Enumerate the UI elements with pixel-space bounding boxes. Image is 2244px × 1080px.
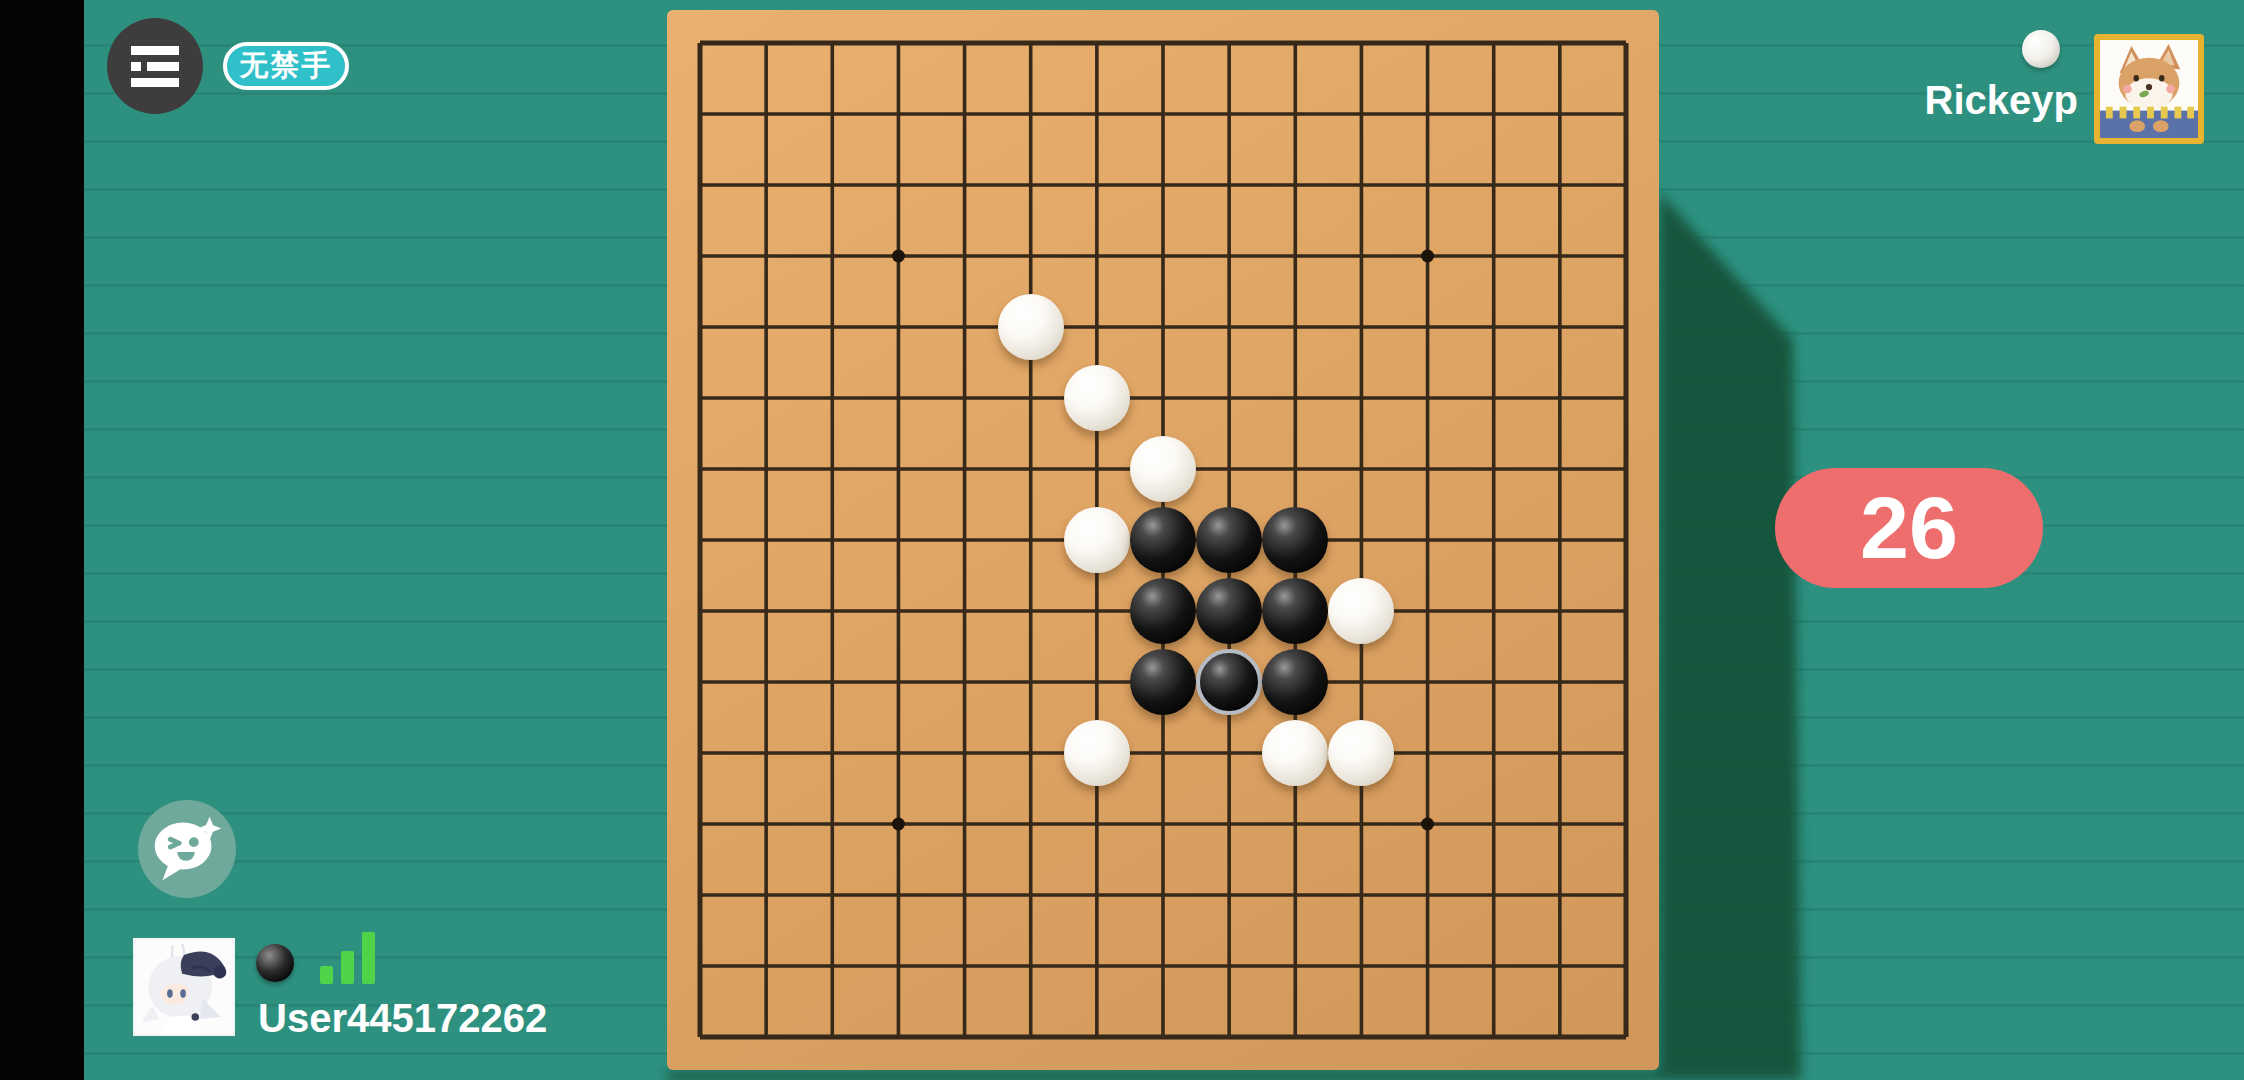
shiba-dog-avatar-image (2100, 40, 2198, 138)
anime-girl-avatar-image (135, 940, 233, 1034)
stone-black (1196, 507, 1262, 573)
move-timer-value: 26 (1860, 477, 1958, 579)
connection-signal-icon (320, 932, 376, 984)
stone-black (1130, 507, 1196, 573)
stone-black (1130, 649, 1196, 715)
move-timer: 26 (1775, 468, 2043, 588)
black-stone-icon (256, 944, 294, 982)
stone-white (1130, 436, 1196, 502)
player-white-info: Rickeyp (1925, 30, 2078, 123)
chat-bubble-icon (138, 800, 236, 898)
stone-white (1328, 578, 1394, 644)
stone-black (1262, 649, 1328, 715)
white-stone-icon (2022, 30, 2060, 68)
game-screen: 无禁手 26 Rickeyp (0, 0, 2244, 1080)
player-black-avatar[interactable] (133, 938, 235, 1036)
stone-white (1262, 720, 1328, 786)
stone-white (1328, 720, 1394, 786)
stone-white (1064, 507, 1130, 573)
rule-badge-label: 无禁手 (240, 46, 333, 86)
rule-badge: 无禁手 (223, 42, 349, 90)
menu-icon (131, 46, 179, 87)
stone-black (1130, 578, 1196, 644)
player-white-avatar[interactable] (2094, 34, 2204, 144)
stone-white (998, 294, 1064, 360)
menu-button[interactable] (107, 18, 203, 114)
stone-black (1262, 578, 1328, 644)
stone-black (1262, 507, 1328, 573)
stone-black-last-move (1196, 649, 1262, 715)
player-white-name: Rickeyp (1925, 78, 2078, 123)
stone-white (1064, 720, 1130, 786)
chat-button[interactable] (138, 800, 236, 898)
stone-white (1064, 365, 1130, 431)
gomoku-board[interactable] (667, 10, 1659, 1070)
player-black-name: User445172262 (258, 996, 547, 1041)
screen-notch-strip (0, 0, 84, 1080)
stone-black (1196, 578, 1262, 644)
